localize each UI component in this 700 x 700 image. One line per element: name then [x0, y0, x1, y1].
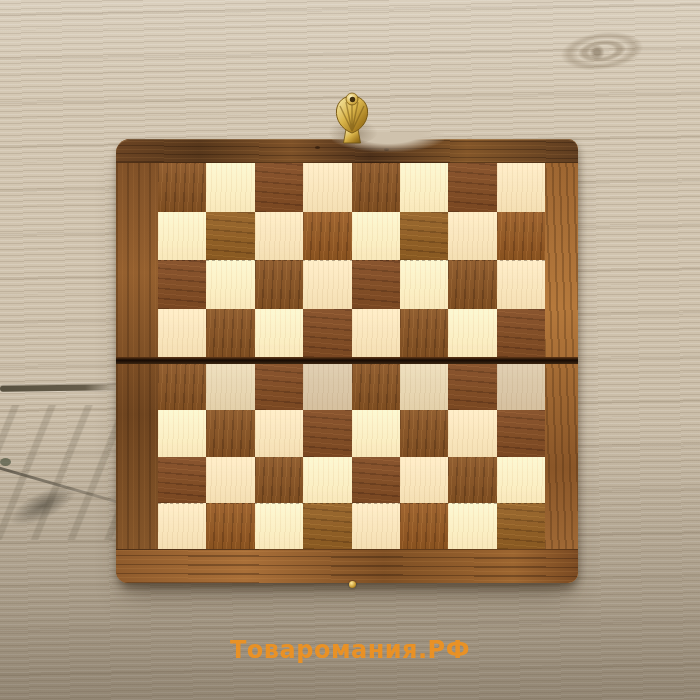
- board-square-dark: [206, 309, 254, 358]
- board-square-dark: [400, 212, 448, 261]
- veneer-seam: [158, 503, 545, 504]
- board-square-light: [255, 309, 303, 358]
- board-square-light: [206, 457, 254, 503]
- board-square-light: [255, 212, 303, 261]
- board-square-dark: [255, 260, 303, 309]
- board-frame-bottom: [116, 549, 578, 583]
- board-square-light: [497, 457, 545, 503]
- board-square-dark: [352, 163, 400, 212]
- board-square-light: [497, 260, 545, 309]
- board-square-light: [206, 260, 254, 309]
- board-square-dark: [352, 364, 400, 410]
- board-square-light: [352, 309, 400, 358]
- board-square-dark: [255, 364, 303, 410]
- board-square-light: [352, 212, 400, 261]
- wood-speck: [0, 458, 11, 466]
- board-square-dark: [303, 212, 351, 261]
- board-square-light: [303, 364, 351, 410]
- board-square-light: [352, 410, 400, 456]
- board-square-dark: [400, 410, 448, 456]
- board-square-light: [206, 364, 254, 410]
- board-square-dark: [497, 309, 545, 358]
- board-square-light: [255, 410, 303, 456]
- plank-seam-left: [0, 384, 118, 392]
- board-square-light: [255, 503, 303, 549]
- board-square-dark: [303, 410, 351, 456]
- board-square-light: [448, 309, 496, 358]
- board-square-light: [206, 163, 254, 212]
- board-square-dark: [303, 503, 351, 549]
- frame-speck: [315, 146, 320, 149]
- board-square-dark: [448, 163, 496, 212]
- wood-knot-top-right: [558, 27, 646, 75]
- board-square-dark: [400, 309, 448, 358]
- board-square-light: [352, 503, 400, 549]
- board-square-dark: [497, 410, 545, 456]
- board-square-dark: [158, 260, 206, 309]
- board-square-dark: [448, 260, 496, 309]
- board-square-light: [158, 212, 206, 261]
- board-square-dark: [400, 503, 448, 549]
- board-square-dark: [352, 260, 400, 309]
- board-square-light: [497, 163, 545, 212]
- hinge-fold-gap: [116, 357, 578, 364]
- board-square-light: [400, 260, 448, 309]
- folding-chess-board-closed: [116, 139, 578, 583]
- board-square-dark: [448, 364, 496, 410]
- brass-pin: [349, 581, 356, 588]
- board-square-dark: [158, 364, 206, 410]
- board-square-light: [400, 364, 448, 410]
- brass-clasp-icon: [327, 91, 377, 147]
- board-square-dark: [206, 503, 254, 549]
- board-square-light: [158, 410, 206, 456]
- board-square-dark: [158, 457, 206, 503]
- board-square-light: [448, 410, 496, 456]
- board-square-dark: [497, 503, 545, 549]
- board-square-dark: [352, 457, 400, 503]
- board-square-light: [400, 163, 448, 212]
- board-square-light: [303, 163, 351, 212]
- board-square-dark: [255, 457, 303, 503]
- board-square-dark: [206, 410, 254, 456]
- board-square-dark: [448, 457, 496, 503]
- board-square-dark: [158, 163, 206, 212]
- board-square-light: [158, 309, 206, 358]
- veneer-seam: [158, 260, 545, 261]
- board-square-dark: [497, 212, 545, 261]
- product-photo: Товаромания.РФ: [0, 0, 700, 700]
- board-square-dark: [206, 212, 254, 261]
- watermark-text: Товаромания.РФ: [0, 636, 700, 664]
- board-square-light: [448, 212, 496, 261]
- board-square-light: [158, 503, 206, 549]
- clasp-knob-hole: [350, 97, 355, 102]
- board-square-light: [497, 364, 545, 410]
- board-square-dark: [255, 163, 303, 212]
- board-square-dark: [303, 309, 351, 358]
- board-square-light: [303, 457, 351, 503]
- board-square-light: [400, 457, 448, 503]
- board-square-light: [303, 260, 351, 309]
- board-square-light: [448, 503, 496, 549]
- board-grid-bottom: [158, 364, 545, 549]
